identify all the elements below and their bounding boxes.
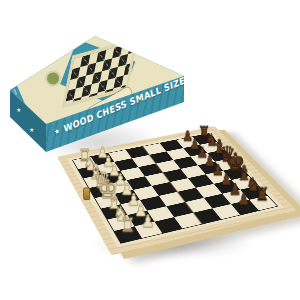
chess-piece-bP[interactable]: ♟ (229, 192, 258, 208)
star-icon: ★ (16, 106, 21, 113)
chess-piece-wR[interactable]: ♜ (113, 216, 143, 235)
brass-clasp-icon (83, 187, 90, 200)
product-photo: ★ ★ ★ WOOD CHESS SMALL SIZE ★ ♜♟♟♜♞♟♟♞♝♟… (0, 0, 300, 300)
board-square[interactable] (152, 182, 178, 196)
star-icon: ★ (53, 127, 62, 137)
box-art-wreath-badge (43, 68, 64, 89)
chess-board: ♜♟♟♜♞♟♟♞♝♟♟♝♛♟♟♛♚♟♟♚♝♟♟♝♞♟♟♞♜♟♟♜ (57, 126, 297, 255)
star-icon: ★ (29, 126, 34, 133)
board-scene: ♜♟♟♜♞♟♟♞♝♟♟♝♛♟♟♛♚♟♟♚♝♟♟♝♞♟♟♞♜♟♟♜ (62, 74, 278, 290)
